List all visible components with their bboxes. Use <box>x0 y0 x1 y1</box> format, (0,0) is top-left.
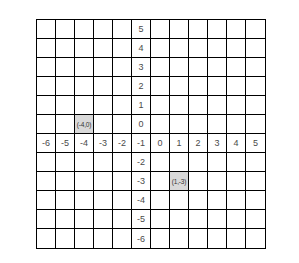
grid-cell <box>151 96 170 115</box>
x-axis-label-cell: 1 <box>170 134 189 153</box>
grid-cell <box>189 210 208 229</box>
y-axis-label-cell: 5 <box>132 20 151 39</box>
grid-cell <box>246 115 265 134</box>
grid-cell <box>189 58 208 77</box>
grid-cell <box>170 20 189 39</box>
grid-cell <box>208 58 227 77</box>
grid-cell <box>151 191 170 210</box>
grid-cell <box>208 172 227 191</box>
x-axis-label-cell: 2 <box>189 134 208 153</box>
coordinate-grid-board: 54321(-4,0)0-6-5-4-3-2-1012345-2-3(1,-3)… <box>36 19 266 249</box>
grid-cell <box>56 153 75 172</box>
grid-cell <box>189 172 208 191</box>
grid-cell <box>37 115 56 134</box>
grid-cell <box>170 77 189 96</box>
grid-cell <box>56 210 75 229</box>
grid-cell <box>94 153 113 172</box>
grid-cell <box>227 191 246 210</box>
grid-cell <box>170 96 189 115</box>
grid-cell <box>246 210 265 229</box>
grid-cell <box>208 229 227 248</box>
y-axis-label-cell: 4 <box>132 39 151 58</box>
x-axis-label-cell: -2 <box>113 134 132 153</box>
grid-cell <box>208 153 227 172</box>
grid-cell <box>75 20 94 39</box>
grid-cell <box>75 153 94 172</box>
grid-cell <box>94 172 113 191</box>
grid-cell <box>208 77 227 96</box>
grid-cell <box>189 153 208 172</box>
grid-cell <box>113 115 132 134</box>
grid-cell <box>37 191 56 210</box>
grid-cell <box>170 191 189 210</box>
coordinate-grid-diagram: 54321(-4,0)0-6-5-4-3-2-1012345-2-3(1,-3)… <box>0 0 299 263</box>
grid-cell <box>227 20 246 39</box>
grid-cell <box>170 115 189 134</box>
grid-cell <box>227 115 246 134</box>
grid-cell <box>189 96 208 115</box>
grid-cell <box>37 39 56 58</box>
y-axis-label-cell: 2 <box>132 77 151 96</box>
grid-cell <box>113 153 132 172</box>
grid-cell <box>170 39 189 58</box>
grid-cell <box>37 58 56 77</box>
y-axis-label-cell: 1 <box>132 96 151 115</box>
grid-cell <box>94 191 113 210</box>
grid-cell <box>94 77 113 96</box>
grid-cell <box>56 58 75 77</box>
grid-cell <box>208 20 227 39</box>
grid-cell <box>37 229 56 248</box>
grid-cell <box>94 210 113 229</box>
y-axis-label-cell: -3 <box>132 172 151 191</box>
grid-cell <box>227 210 246 229</box>
grid-cell <box>246 77 265 96</box>
grid-cell <box>151 153 170 172</box>
grid-cell <box>113 229 132 248</box>
grid-cell <box>246 229 265 248</box>
grid-cell <box>151 58 170 77</box>
grid-cell <box>170 58 189 77</box>
grid-cell <box>37 172 56 191</box>
grid-cell <box>75 96 94 115</box>
y-axis-label-cell: -6 <box>132 229 151 248</box>
grid-cell <box>56 20 75 39</box>
grid-cell <box>56 96 75 115</box>
grid-cell <box>94 229 113 248</box>
grid-cell <box>113 172 132 191</box>
grid-cell <box>56 115 75 134</box>
grid-cell <box>37 96 56 115</box>
grid-cell <box>113 96 132 115</box>
grid-cell <box>75 77 94 96</box>
grid-cell <box>246 20 265 39</box>
grid-cell <box>113 39 132 58</box>
grid-cell <box>208 39 227 58</box>
grid-cell <box>151 39 170 58</box>
grid-cell <box>113 210 132 229</box>
grid-cell <box>151 115 170 134</box>
y-axis-label-cell: -4 <box>132 191 151 210</box>
grid-cell <box>94 58 113 77</box>
x-axis-label-cell: 0 <box>151 134 170 153</box>
grid-cell <box>208 210 227 229</box>
x-axis-label-cell: -6 <box>37 134 56 153</box>
grid-cell <box>151 20 170 39</box>
grid-cell <box>113 58 132 77</box>
grid-cell <box>56 191 75 210</box>
grid-cell <box>208 191 227 210</box>
point-label-cell: (-4,0) <box>75 115 94 134</box>
grid-cell <box>246 58 265 77</box>
grid-cell <box>151 172 170 191</box>
grid-cell <box>189 77 208 96</box>
grid-cell <box>227 39 246 58</box>
grid-cell <box>151 229 170 248</box>
grid-cell <box>151 210 170 229</box>
grid-cell <box>75 210 94 229</box>
grid-cell <box>227 172 246 191</box>
grid-cell <box>189 191 208 210</box>
grid-cell <box>246 153 265 172</box>
grid-cell <box>246 172 265 191</box>
grid-cell <box>56 229 75 248</box>
grid-cell <box>208 115 227 134</box>
grid-cell <box>227 153 246 172</box>
x-axis-label-cell: 3 <box>208 134 227 153</box>
grid-cell <box>75 172 94 191</box>
y-axis-label-cell: -5 <box>132 210 151 229</box>
grid-cell <box>189 229 208 248</box>
grid-cell <box>113 191 132 210</box>
grid-cell <box>37 210 56 229</box>
grid-cell <box>37 20 56 39</box>
y-axis-label-cell: 3 <box>132 58 151 77</box>
grid-cell <box>94 20 113 39</box>
x-axis-label-cell: 5 <box>246 134 265 153</box>
grid-cell <box>151 77 170 96</box>
y-axis-label-cell: 0 <box>132 115 151 134</box>
grid-cell <box>227 77 246 96</box>
x-axis-label-cell: -3 <box>94 134 113 153</box>
grid-cell <box>227 229 246 248</box>
grid-cell <box>94 96 113 115</box>
grid-cell <box>227 58 246 77</box>
grid-cell <box>37 77 56 96</box>
grid-cell <box>189 39 208 58</box>
grid-cell <box>246 191 265 210</box>
x-axis-label-cell: 4 <box>227 134 246 153</box>
grid-cell <box>113 77 132 96</box>
x-axis-label-cell: -1 <box>132 134 151 153</box>
grid-cell <box>170 153 189 172</box>
grid-cell <box>189 20 208 39</box>
grid-cell <box>94 115 113 134</box>
grid-cell <box>189 115 208 134</box>
grid-cell <box>56 39 75 58</box>
grid-cell <box>113 20 132 39</box>
grid-cell <box>208 96 227 115</box>
grid-cell <box>246 96 265 115</box>
grid-cell <box>75 39 94 58</box>
grid-cell <box>75 58 94 77</box>
grid-cell <box>56 172 75 191</box>
grid-cell <box>246 39 265 58</box>
x-axis-label-cell: -4 <box>75 134 94 153</box>
grid-cell <box>37 153 56 172</box>
grid-cell <box>56 77 75 96</box>
grid-cell <box>227 96 246 115</box>
y-axis-label-cell: -2 <box>132 153 151 172</box>
grid-cell <box>170 210 189 229</box>
grid-cell <box>75 191 94 210</box>
x-axis-label-cell: -5 <box>56 134 75 153</box>
grid-cell <box>75 229 94 248</box>
grid-cell <box>170 229 189 248</box>
grid-cell <box>94 39 113 58</box>
point-label-cell: (1,-3) <box>170 172 189 191</box>
